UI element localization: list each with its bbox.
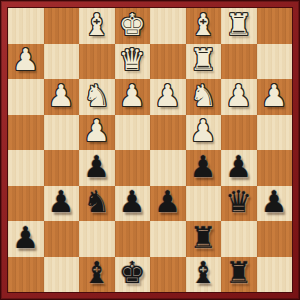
piece-black-pawn: ♟ <box>12 223 39 253</box>
square-e3[interactable]: ♟ <box>115 79 151 115</box>
piece-black-knight: ♞ <box>83 187 110 217</box>
square-b5[interactable]: ♟ <box>221 150 257 186</box>
square-h6[interactable] <box>8 186 44 222</box>
square-c3[interactable]: ♞ <box>186 79 222 115</box>
square-f6[interactable]: ♞ <box>79 186 115 222</box>
square-b1[interactable]: ♜ <box>221 8 257 44</box>
square-g5[interactable] <box>44 150 80 186</box>
piece-white-bishop: ♝ <box>190 10 217 40</box>
square-e1[interactable]: ♚ <box>115 8 151 44</box>
square-d4[interactable] <box>150 115 186 151</box>
piece-white-king: ♚ <box>119 10 146 40</box>
square-e8[interactable]: ♚ <box>115 257 151 293</box>
square-b6[interactable]: ♛ <box>221 186 257 222</box>
square-c2[interactable]: ♜ <box>186 44 222 80</box>
square-c7[interactable]: ♜ <box>186 221 222 257</box>
square-e6[interactable]: ♟ <box>115 186 151 222</box>
square-d1[interactable] <box>150 8 186 44</box>
square-g7[interactable] <box>44 221 80 257</box>
piece-black-rook: ♜ <box>225 258 252 288</box>
square-f8[interactable]: ♝ <box>79 257 115 293</box>
piece-white-pawn: ♟ <box>261 81 288 111</box>
square-h5[interactable] <box>8 150 44 186</box>
piece-black-bishop: ♝ <box>190 258 217 288</box>
piece-black-pawn: ♟ <box>48 187 75 217</box>
square-d6[interactable]: ♟ <box>150 186 186 222</box>
piece-white-pawn: ♟ <box>83 116 110 146</box>
square-c5[interactable]: ♟ <box>186 150 222 186</box>
piece-white-pawn: ♟ <box>48 81 75 111</box>
square-g2[interactable] <box>44 44 80 80</box>
square-f7[interactable] <box>79 221 115 257</box>
square-f5[interactable]: ♟ <box>79 150 115 186</box>
square-b3[interactable]: ♟ <box>221 79 257 115</box>
piece-white-pawn: ♟ <box>12 45 39 75</box>
square-a6[interactable]: ♟ <box>257 186 293 222</box>
square-h1[interactable] <box>8 8 44 44</box>
piece-black-pawn: ♟ <box>154 187 181 217</box>
square-c6[interactable] <box>186 186 222 222</box>
piece-black-bishop: ♝ <box>83 258 110 288</box>
piece-white-bishop: ♝ <box>83 10 110 40</box>
square-f2[interactable] <box>79 44 115 80</box>
square-a1[interactable] <box>257 8 293 44</box>
piece-white-knight: ♞ <box>83 81 110 111</box>
piece-black-pawn: ♟ <box>225 152 252 182</box>
square-a5[interactable] <box>257 150 293 186</box>
piece-black-pawn: ♟ <box>119 187 146 217</box>
piece-black-king: ♚ <box>119 258 146 288</box>
square-f4[interactable]: ♟ <box>79 115 115 151</box>
square-h8[interactable] <box>8 257 44 293</box>
piece-black-queen: ♛ <box>225 187 252 217</box>
piece-black-pawn: ♟ <box>83 152 110 182</box>
piece-white-queen: ♛ <box>119 45 146 75</box>
square-b7[interactable] <box>221 221 257 257</box>
square-h3[interactable] <box>8 79 44 115</box>
square-c8[interactable]: ♝ <box>186 257 222 293</box>
piece-white-rook: ♜ <box>225 10 252 40</box>
piece-white-pawn: ♟ <box>154 81 181 111</box>
square-b4[interactable] <box>221 115 257 151</box>
square-b8[interactable]: ♜ <box>221 257 257 293</box>
chess-board: ♝♚♝♜♟♛♜♟♞♟♟♞♟♟♟♟♟♟♟♟♞♟♟♛♟♟♜♝♚♝♜ <box>8 8 292 292</box>
square-d7[interactable] <box>150 221 186 257</box>
piece-white-rook: ♜ <box>190 45 217 75</box>
piece-white-pawn: ♟ <box>225 81 252 111</box>
square-c4[interactable]: ♟ <box>186 115 222 151</box>
square-a4[interactable] <box>257 115 293 151</box>
square-a8[interactable] <box>257 257 293 293</box>
square-d8[interactable] <box>150 257 186 293</box>
piece-white-pawn: ♟ <box>119 81 146 111</box>
square-f3[interactable]: ♞ <box>79 79 115 115</box>
square-a2[interactable] <box>257 44 293 80</box>
square-c1[interactable]: ♝ <box>186 8 222 44</box>
square-g1[interactable] <box>44 8 80 44</box>
square-h2[interactable]: ♟ <box>8 44 44 80</box>
piece-black-pawn: ♟ <box>190 152 217 182</box>
square-h4[interactable] <box>8 115 44 151</box>
square-d3[interactable]: ♟ <box>150 79 186 115</box>
square-h7[interactable]: ♟ <box>8 221 44 257</box>
square-d5[interactable] <box>150 150 186 186</box>
square-e4[interactable] <box>115 115 151 151</box>
square-e7[interactable] <box>115 221 151 257</box>
square-f1[interactable]: ♝ <box>79 8 115 44</box>
square-e5[interactable] <box>115 150 151 186</box>
piece-black-pawn: ♟ <box>261 187 288 217</box>
square-b2[interactable] <box>221 44 257 80</box>
square-a3[interactable]: ♟ <box>257 79 293 115</box>
piece-white-pawn: ♟ <box>190 116 217 146</box>
square-g6[interactable]: ♟ <box>44 186 80 222</box>
square-g4[interactable] <box>44 115 80 151</box>
square-a7[interactable] <box>257 221 293 257</box>
square-e2[interactable]: ♛ <box>115 44 151 80</box>
square-g3[interactable]: ♟ <box>44 79 80 115</box>
piece-white-knight: ♞ <box>190 81 217 111</box>
square-d2[interactable] <box>150 44 186 80</box>
square-g8[interactable] <box>44 257 80 293</box>
piece-black-rook: ♜ <box>190 223 217 253</box>
board-frame: ♝♚♝♜♟♛♜♟♞♟♟♞♟♟♟♟♟♟♟♟♞♟♟♛♟♟♜♝♚♝♜ <box>0 0 300 300</box>
